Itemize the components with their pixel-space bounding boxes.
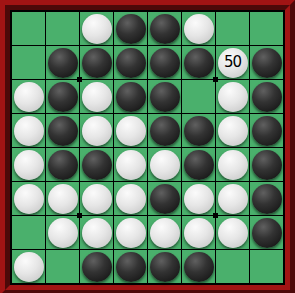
cell-c5[interactable] <box>80 148 113 181</box>
cell-f2[interactable] <box>182 46 215 79</box>
cell-e2[interactable] <box>148 46 181 79</box>
cell-e5[interactable] <box>148 148 181 181</box>
cell-a3[interactable] <box>12 80 45 113</box>
star-point <box>213 77 218 82</box>
cell-e1[interactable] <box>148 12 181 45</box>
cell-g2[interactable]: 50 <box>216 46 249 79</box>
white-disc <box>82 218 112 248</box>
white-disc <box>218 116 248 146</box>
cell-h5[interactable] <box>250 148 283 181</box>
cell-b3[interactable] <box>46 80 79 113</box>
board-grid: 50 <box>12 12 283 283</box>
white-disc <box>184 218 214 248</box>
white-disc <box>150 150 180 180</box>
black-disc <box>150 184 180 214</box>
cell-b1[interactable] <box>46 12 79 45</box>
cell-a5[interactable] <box>12 148 45 181</box>
cell-c4[interactable] <box>80 114 113 147</box>
cell-f6[interactable] <box>182 182 215 215</box>
black-disc <box>82 150 112 180</box>
cell-d7[interactable] <box>114 216 147 249</box>
white-disc <box>14 184 44 214</box>
cell-d5[interactable] <box>114 148 147 181</box>
white-disc <box>82 82 112 112</box>
cell-b2[interactable] <box>46 46 79 79</box>
cell-d1[interactable] <box>114 12 147 45</box>
white-disc <box>82 14 112 44</box>
cell-h2[interactable] <box>250 46 283 79</box>
cell-b5[interactable] <box>46 148 79 181</box>
black-disc <box>252 116 282 146</box>
black-disc <box>252 48 282 78</box>
white-disc <box>14 252 44 282</box>
cell-c3[interactable] <box>80 80 113 113</box>
white-disc <box>116 218 146 248</box>
cell-e8[interactable] <box>148 250 181 283</box>
white-disc <box>48 184 78 214</box>
cell-a6[interactable] <box>12 182 45 215</box>
move-number-label: 50 <box>224 55 241 70</box>
cell-g6[interactable] <box>216 182 249 215</box>
white-disc <box>14 116 44 146</box>
cell-c1[interactable] <box>80 12 113 45</box>
cell-d4[interactable] <box>114 114 147 147</box>
white-disc <box>14 82 44 112</box>
cell-a7[interactable] <box>12 216 45 249</box>
cell-d6[interactable] <box>114 182 147 215</box>
black-disc <box>150 14 180 44</box>
cell-g1[interactable] <box>216 12 249 45</box>
black-disc <box>184 252 214 282</box>
cell-f8[interactable] <box>182 250 215 283</box>
cell-a4[interactable] <box>12 114 45 147</box>
white-disc <box>48 218 78 248</box>
white-disc <box>218 184 248 214</box>
white-disc <box>116 184 146 214</box>
black-disc <box>252 150 282 180</box>
star-point <box>77 77 82 82</box>
white-disc <box>82 184 112 214</box>
cell-c8[interactable] <box>80 250 113 283</box>
black-disc <box>116 82 146 112</box>
white-disc <box>116 116 146 146</box>
cell-h7[interactable] <box>250 216 283 249</box>
cell-g8[interactable] <box>216 250 249 283</box>
black-disc <box>150 116 180 146</box>
cell-d2[interactable] <box>114 46 147 79</box>
white-disc <box>184 184 214 214</box>
star-point <box>77 213 82 218</box>
black-disc <box>184 48 214 78</box>
cell-b6[interactable] <box>46 182 79 215</box>
cell-f7[interactable] <box>182 216 215 249</box>
black-disc <box>116 48 146 78</box>
cell-e6[interactable] <box>148 182 181 215</box>
cell-h8[interactable] <box>250 250 283 283</box>
white-disc <box>184 14 214 44</box>
cell-e3[interactable] <box>148 80 181 113</box>
cell-d8[interactable] <box>114 250 147 283</box>
black-disc <box>150 252 180 282</box>
black-disc <box>82 48 112 78</box>
cell-b8[interactable] <box>46 250 79 283</box>
white-disc <box>14 150 44 180</box>
cell-a2[interactable] <box>12 46 45 79</box>
cell-c6[interactable] <box>80 182 113 215</box>
black-disc <box>116 14 146 44</box>
last-move-disc: 50 <box>218 48 248 78</box>
cell-e4[interactable] <box>148 114 181 147</box>
black-disc <box>150 82 180 112</box>
black-disc <box>184 116 214 146</box>
cell-h1[interactable] <box>250 12 283 45</box>
white-disc <box>150 218 180 248</box>
black-disc <box>150 48 180 78</box>
othello-board: 50 <box>0 0 295 293</box>
black-disc <box>116 252 146 282</box>
cell-a8[interactable] <box>12 250 45 283</box>
white-disc <box>218 218 248 248</box>
cell-g3[interactable] <box>216 80 249 113</box>
cell-g4[interactable] <box>216 114 249 147</box>
cell-g5[interactable] <box>216 148 249 181</box>
black-disc <box>48 116 78 146</box>
cell-f1[interactable] <box>182 12 215 45</box>
cell-f5[interactable] <box>182 148 215 181</box>
cell-f4[interactable] <box>182 114 215 147</box>
cell-h4[interactable] <box>250 114 283 147</box>
white-disc <box>218 82 248 112</box>
black-disc <box>82 252 112 282</box>
star-point <box>213 213 218 218</box>
cell-d3[interactable] <box>114 80 147 113</box>
black-disc <box>48 82 78 112</box>
cell-h6[interactable] <box>250 182 283 215</box>
cell-c7[interactable] <box>80 216 113 249</box>
cell-h3[interactable] <box>250 80 283 113</box>
cell-b4[interactable] <box>46 114 79 147</box>
black-disc <box>48 48 78 78</box>
black-disc <box>252 184 282 214</box>
cell-c2[interactable] <box>80 46 113 79</box>
white-disc <box>116 150 146 180</box>
black-disc <box>184 150 214 180</box>
black-disc <box>252 218 282 248</box>
cell-e7[interactable] <box>148 216 181 249</box>
cell-a1[interactable] <box>12 12 45 45</box>
white-disc <box>82 116 112 146</box>
cell-b7[interactable] <box>46 216 79 249</box>
cell-f3[interactable] <box>182 80 215 113</box>
cell-g7[interactable] <box>216 216 249 249</box>
black-disc <box>48 150 78 180</box>
white-disc <box>218 150 248 180</box>
black-disc <box>252 82 282 112</box>
